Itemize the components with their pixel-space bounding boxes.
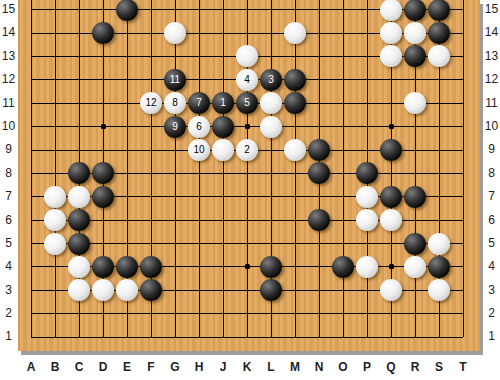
intersection-N9[interactable] xyxy=(307,138,331,161)
intersection-B13[interactable] xyxy=(43,45,67,68)
intersection-R9[interactable] xyxy=(403,138,427,161)
move-number: 1 xyxy=(220,92,226,114)
intersection-D10[interactable] xyxy=(91,115,115,138)
intersection-H7[interactable] xyxy=(187,185,211,208)
intersection-G2[interactable] xyxy=(163,302,187,325)
intersection-M1[interactable] xyxy=(283,325,307,348)
intersection-S8[interactable] xyxy=(427,162,451,185)
intersection-Q1[interactable] xyxy=(379,325,403,348)
intersection-B8[interactable] xyxy=(43,162,67,185)
intersection-T7[interactable] xyxy=(451,185,475,208)
intersection-G5[interactable] xyxy=(163,232,187,255)
intersection-K1[interactable] xyxy=(235,325,259,348)
column-labels-bottom: ABCDEFGHJKLMNOPQRST xyxy=(19,357,475,377)
intersection-D15[interactable] xyxy=(91,0,115,21)
intersection-J3[interactable] xyxy=(211,279,235,302)
intersection-F12[interactable] xyxy=(139,68,163,91)
intersection-G11[interactable]: 8 xyxy=(163,92,187,115)
white-stone-K13 xyxy=(236,45,258,67)
intersection-O3[interactable] xyxy=(331,279,355,302)
intersection-H12[interactable] xyxy=(187,68,211,91)
intersection-T15[interactable] xyxy=(451,0,475,21)
intersection-T1[interactable] xyxy=(451,325,475,348)
intersection-R5[interactable] xyxy=(403,232,427,255)
intersection-B15[interactable] xyxy=(43,0,67,21)
intersection-S5[interactable] xyxy=(427,232,451,255)
intersection-H2[interactable] xyxy=(187,302,211,325)
intersection-T8[interactable] xyxy=(451,162,475,185)
intersection-P11[interactable] xyxy=(355,92,379,115)
intersection-F5[interactable] xyxy=(139,232,163,255)
intersection-J13[interactable] xyxy=(211,45,235,68)
intersection-E10[interactable] xyxy=(115,115,139,138)
intersection-R7[interactable] xyxy=(403,185,427,208)
intersection-P10[interactable] xyxy=(355,115,379,138)
intersection-O10[interactable] xyxy=(331,115,355,138)
intersection-F4[interactable] xyxy=(139,255,163,278)
intersection-B6[interactable] xyxy=(43,209,67,232)
intersection-F2[interactable] xyxy=(139,302,163,325)
intersection-J1[interactable] xyxy=(211,325,235,348)
intersection-O15[interactable] xyxy=(331,0,355,21)
intersection-B12[interactable] xyxy=(43,68,67,91)
intersection-N4[interactable] xyxy=(307,255,331,278)
intersection-Q10[interactable] xyxy=(379,115,403,138)
intersection-H6[interactable] xyxy=(187,209,211,232)
intersection-K2[interactable] xyxy=(235,302,259,325)
intersection-M13[interactable] xyxy=(283,45,307,68)
intersection-C1[interactable] xyxy=(67,325,91,348)
intersection-S2[interactable] xyxy=(427,302,451,325)
intersection-H11[interactable]: 7 xyxy=(187,92,211,115)
intersection-F9[interactable] xyxy=(139,138,163,161)
intersection-G12[interactable]: 11 xyxy=(163,68,187,91)
intersection-S1[interactable] xyxy=(427,325,451,348)
intersection-E3[interactable] xyxy=(115,279,139,302)
intersection-L6[interactable] xyxy=(259,209,283,232)
intersection-N3[interactable] xyxy=(307,279,331,302)
intersection-M14[interactable] xyxy=(283,21,307,44)
intersection-Q12[interactable] xyxy=(379,68,403,91)
intersection-H14[interactable] xyxy=(187,21,211,44)
intersection-J5[interactable] xyxy=(211,232,235,255)
intersection-F13[interactable] xyxy=(139,45,163,68)
black-stone-D8 xyxy=(92,162,114,184)
intersection-T14[interactable] xyxy=(451,21,475,44)
intersection-O6[interactable] xyxy=(331,209,355,232)
intersection-A11[interactable] xyxy=(19,92,43,115)
intersection-E6[interactable] xyxy=(115,209,139,232)
intersection-S13[interactable] xyxy=(427,45,451,68)
intersection-O2[interactable] xyxy=(331,302,355,325)
intersection-E9[interactable] xyxy=(115,138,139,161)
intersection-Q6[interactable] xyxy=(379,209,403,232)
intersection-M6[interactable] xyxy=(283,209,307,232)
intersection-E2[interactable] xyxy=(115,302,139,325)
intersection-S9[interactable] xyxy=(427,138,451,161)
intersection-Q15[interactable] xyxy=(379,0,403,21)
intersection-L10[interactable] xyxy=(259,115,283,138)
intersection-L1[interactable] xyxy=(259,325,283,348)
intersection-H3[interactable] xyxy=(187,279,211,302)
intersection-A4[interactable] xyxy=(19,255,43,278)
intersection-K15[interactable] xyxy=(235,0,259,21)
intersection-T9[interactable] xyxy=(451,138,475,161)
intersection-S10[interactable] xyxy=(427,115,451,138)
intersection-D5[interactable] xyxy=(91,232,115,255)
intersection-M9[interactable] xyxy=(283,138,307,161)
intersection-B5[interactable] xyxy=(43,232,67,255)
intersection-Q2[interactable] xyxy=(379,302,403,325)
intersection-F15[interactable] xyxy=(139,0,163,21)
intersection-K4[interactable] xyxy=(235,255,259,278)
intersection-L9[interactable] xyxy=(259,138,283,161)
intersection-C11[interactable] xyxy=(67,92,91,115)
white-stone-Q13 xyxy=(380,45,402,67)
intersection-C8[interactable] xyxy=(67,162,91,185)
intersection-A1[interactable] xyxy=(19,325,43,348)
intersection-H1[interactable] xyxy=(187,325,211,348)
intersection-A9[interactable] xyxy=(19,138,43,161)
intersection-J12[interactable] xyxy=(211,68,235,91)
intersection-L15[interactable] xyxy=(259,0,283,21)
intersection-N5[interactable] xyxy=(307,232,331,255)
intersection-F7[interactable] xyxy=(139,185,163,208)
intersection-A10[interactable] xyxy=(19,115,43,138)
intersection-J8[interactable] xyxy=(211,162,235,185)
intersection-D1[interactable] xyxy=(91,325,115,348)
intersection-H4[interactable] xyxy=(187,255,211,278)
intersection-G1[interactable] xyxy=(163,325,187,348)
intersection-S4[interactable] xyxy=(427,255,451,278)
intersection-D12[interactable] xyxy=(91,68,115,91)
intersection-G4[interactable] xyxy=(163,255,187,278)
intersection-O11[interactable] xyxy=(331,92,355,115)
intersection-M11[interactable] xyxy=(283,92,307,115)
intersection-H15[interactable] xyxy=(187,0,211,21)
intersection-L11[interactable] xyxy=(259,92,283,115)
intersection-D9[interactable] xyxy=(91,138,115,161)
intersection-O4[interactable] xyxy=(331,255,355,278)
intersection-T5[interactable] xyxy=(451,232,475,255)
intersection-L7[interactable] xyxy=(259,185,283,208)
intersection-C2[interactable] xyxy=(67,302,91,325)
intersection-E8[interactable] xyxy=(115,162,139,185)
intersection-P14[interactable] xyxy=(355,21,379,44)
intersection-B1[interactable] xyxy=(43,325,67,348)
intersection-R14[interactable] xyxy=(403,21,427,44)
intersection-J2[interactable] xyxy=(211,302,235,325)
col-label-Q: Q xyxy=(379,357,403,377)
intersection-O8[interactable] xyxy=(331,162,355,185)
intersection-L14[interactable] xyxy=(259,21,283,44)
intersection-M4[interactable] xyxy=(283,255,307,278)
intersection-H13[interactable] xyxy=(187,45,211,68)
intersection-S7[interactable] xyxy=(427,185,451,208)
intersection-N12[interactable] xyxy=(307,68,331,91)
intersection-O14[interactable] xyxy=(331,21,355,44)
intersection-A3[interactable] xyxy=(19,279,43,302)
intersection-K3[interactable] xyxy=(235,279,259,302)
intersection-P3[interactable] xyxy=(355,279,379,302)
intersection-Q5[interactable] xyxy=(379,232,403,255)
intersection-L8[interactable] xyxy=(259,162,283,185)
intersection-N13[interactable] xyxy=(307,45,331,68)
intersection-Q13[interactable] xyxy=(379,45,403,68)
intersection-K6[interactable] xyxy=(235,209,259,232)
intersection-B9[interactable] xyxy=(43,138,67,161)
intersection-P9[interactable] xyxy=(355,138,379,161)
intersection-H10[interactable]: 6 xyxy=(187,115,211,138)
intersection-T2[interactable] xyxy=(451,302,475,325)
intersection-E1[interactable] xyxy=(115,325,139,348)
intersection-N6[interactable] xyxy=(307,209,331,232)
intersection-N14[interactable] xyxy=(307,21,331,44)
intersection-R15[interactable] xyxy=(403,0,427,21)
intersection-R13[interactable] xyxy=(403,45,427,68)
intersection-G15[interactable] xyxy=(163,0,187,21)
intersection-M3[interactable] xyxy=(283,279,307,302)
intersection-P5[interactable] xyxy=(355,232,379,255)
intersection-J7[interactable] xyxy=(211,185,235,208)
intersection-C10[interactable] xyxy=(67,115,91,138)
white-stone-R14 xyxy=(404,22,426,44)
intersection-P1[interactable] xyxy=(355,325,379,348)
intersection-O1[interactable] xyxy=(331,325,355,348)
intersection-T4[interactable] xyxy=(451,255,475,278)
intersection-G9[interactable] xyxy=(163,138,187,161)
intersection-T3[interactable] xyxy=(451,279,475,302)
intersection-N2[interactable] xyxy=(307,302,331,325)
intersection-E11[interactable] xyxy=(115,92,139,115)
intersection-N7[interactable] xyxy=(307,185,331,208)
intersection-P7[interactable] xyxy=(355,185,379,208)
white-stone-C3 xyxy=(68,279,90,301)
intersection-D3[interactable] xyxy=(91,279,115,302)
intersection-Q11[interactable] xyxy=(379,92,403,115)
intersection-P15[interactable] xyxy=(355,0,379,21)
intersection-B11[interactable] xyxy=(43,92,67,115)
intersection-O7[interactable] xyxy=(331,185,355,208)
intersection-K7[interactable] xyxy=(235,185,259,208)
white-stone-P6 xyxy=(356,209,378,231)
intersection-M15[interactable] xyxy=(283,0,307,21)
intersection-A7[interactable] xyxy=(19,185,43,208)
intersection-C13[interactable] xyxy=(67,45,91,68)
intersection-R2[interactable] xyxy=(403,302,427,325)
intersection-N8[interactable] xyxy=(307,162,331,185)
intersection-R12[interactable] xyxy=(403,68,427,91)
intersection-F6[interactable] xyxy=(139,209,163,232)
intersection-P4[interactable] xyxy=(355,255,379,278)
intersection-L4[interactable] xyxy=(259,255,283,278)
intersection-K14[interactable] xyxy=(235,21,259,44)
intersection-C3[interactable] xyxy=(67,279,91,302)
intersection-A2[interactable] xyxy=(19,302,43,325)
intersection-F11[interactable]: 12 xyxy=(139,92,163,115)
black-stone-L3 xyxy=(260,279,282,301)
intersection-T11[interactable] xyxy=(451,92,475,115)
intersection-M5[interactable] xyxy=(283,232,307,255)
intersection-P8[interactable] xyxy=(355,162,379,185)
intersection-F14[interactable] xyxy=(139,21,163,44)
intersection-H5[interactable] xyxy=(187,232,211,255)
intersection-T10[interactable] xyxy=(451,115,475,138)
intersection-D2[interactable] xyxy=(91,302,115,325)
intersection-O9[interactable] xyxy=(331,138,355,161)
intersection-R6[interactable] xyxy=(403,209,427,232)
intersection-Q9[interactable] xyxy=(379,138,403,161)
intersection-L3[interactable] xyxy=(259,279,283,302)
intersection-B14[interactable] xyxy=(43,21,67,44)
move-number: 9 xyxy=(172,116,178,138)
intersection-K11[interactable]: 5 xyxy=(235,92,259,115)
intersection-E14[interactable] xyxy=(115,21,139,44)
intersection-B4[interactable] xyxy=(43,255,67,278)
intersection-P12[interactable] xyxy=(355,68,379,91)
intersection-T6[interactable] xyxy=(451,209,475,232)
intersection-R10[interactable] xyxy=(403,115,427,138)
intersection-G8[interactable] xyxy=(163,162,187,185)
intersection-Q8[interactable] xyxy=(379,162,403,185)
intersection-D14[interactable] xyxy=(91,21,115,44)
intersection-E5[interactable] xyxy=(115,232,139,255)
intersection-E13[interactable] xyxy=(115,45,139,68)
intersection-A13[interactable] xyxy=(19,45,43,68)
intersection-H9[interactable]: 10 xyxy=(187,138,211,161)
intersection-J9[interactable] xyxy=(211,138,235,161)
intersection-P2[interactable] xyxy=(355,302,379,325)
intersection-C6[interactable] xyxy=(67,209,91,232)
intersection-D13[interactable] xyxy=(91,45,115,68)
intersection-K10[interactable] xyxy=(235,115,259,138)
intersection-A8[interactable] xyxy=(19,162,43,185)
intersection-S11[interactable] xyxy=(427,92,451,115)
intersection-M2[interactable] xyxy=(283,302,307,325)
intersection-L13[interactable] xyxy=(259,45,283,68)
intersection-L2[interactable] xyxy=(259,302,283,325)
intersection-K9[interactable]: 2 xyxy=(235,138,259,161)
intersection-C14[interactable] xyxy=(67,21,91,44)
intersection-D7[interactable] xyxy=(91,185,115,208)
intersection-K5[interactable] xyxy=(235,232,259,255)
intersection-T13[interactable] xyxy=(451,45,475,68)
intersection-B2[interactable] xyxy=(43,302,67,325)
intersection-R11[interactable] xyxy=(403,92,427,115)
intersection-E12[interactable] xyxy=(115,68,139,91)
intersection-H8[interactable] xyxy=(187,162,211,185)
white-stone-L10 xyxy=(260,116,282,138)
intersection-F10[interactable] xyxy=(139,115,163,138)
intersection-G13[interactable] xyxy=(163,45,187,68)
intersection-Q14[interactable] xyxy=(379,21,403,44)
intersection-A5[interactable] xyxy=(19,232,43,255)
intersection-E15[interactable] xyxy=(115,0,139,21)
intersection-T12[interactable] xyxy=(451,68,475,91)
intersection-G10[interactable]: 9 xyxy=(163,115,187,138)
intersection-R3[interactable] xyxy=(403,279,427,302)
intersection-N11[interactable] xyxy=(307,92,331,115)
intersection-B10[interactable] xyxy=(43,115,67,138)
intersection-O13[interactable] xyxy=(331,45,355,68)
intersection-D4[interactable] xyxy=(91,255,115,278)
intersection-B7[interactable] xyxy=(43,185,67,208)
intersection-F1[interactable] xyxy=(139,325,163,348)
intersection-C9[interactable] xyxy=(67,138,91,161)
intersection-A6[interactable] xyxy=(19,209,43,232)
intersection-F3[interactable] xyxy=(139,279,163,302)
intersection-N1[interactable] xyxy=(307,325,331,348)
intersection-R1[interactable] xyxy=(403,325,427,348)
intersection-E4[interactable] xyxy=(115,255,139,278)
intersection-Q3[interactable] xyxy=(379,279,403,302)
black-stone-R7 xyxy=(404,186,426,208)
intersection-G7[interactable] xyxy=(163,185,187,208)
intersection-J4[interactable] xyxy=(211,255,235,278)
intersection-M10[interactable] xyxy=(283,115,307,138)
intersection-J6[interactable] xyxy=(211,209,235,232)
intersection-S14[interactable] xyxy=(427,21,451,44)
intersection-O12[interactable] xyxy=(331,68,355,91)
intersection-R4[interactable] xyxy=(403,255,427,278)
intersection-G14[interactable] xyxy=(163,21,187,44)
intersection-A14[interactable] xyxy=(19,21,43,44)
intersection-K8[interactable] xyxy=(235,162,259,185)
intersection-O5[interactable] xyxy=(331,232,355,255)
intersection-R8[interactable] xyxy=(403,162,427,185)
intersection-D8[interactable] xyxy=(91,162,115,185)
intersection-B3[interactable] xyxy=(43,279,67,302)
intersection-C4[interactable] xyxy=(67,255,91,278)
intersection-Q4[interactable] xyxy=(379,255,403,278)
row-label-13: 13 xyxy=(0,45,17,68)
intersection-C5[interactable] xyxy=(67,232,91,255)
intersection-A12[interactable] xyxy=(19,68,43,91)
intersection-Q7[interactable] xyxy=(379,185,403,208)
intersection-S6[interactable] xyxy=(427,209,451,232)
intersection-K12[interactable]: 4 xyxy=(235,68,259,91)
intersection-G6[interactable] xyxy=(163,209,187,232)
intersection-L12[interactable]: 3 xyxy=(259,68,283,91)
intersection-M12[interactable] xyxy=(283,68,307,91)
intersection-K13[interactable] xyxy=(235,45,259,68)
intersection-D11[interactable] xyxy=(91,92,115,115)
intersection-L5[interactable] xyxy=(259,232,283,255)
intersection-P6[interactable] xyxy=(355,209,379,232)
intersection-C12[interactable] xyxy=(67,68,91,91)
intersection-J10[interactable] xyxy=(211,115,235,138)
intersection-P13[interactable] xyxy=(355,45,379,68)
intersection-C7[interactable] xyxy=(67,185,91,208)
intersection-A15[interactable] xyxy=(19,0,43,21)
intersection-F8[interactable] xyxy=(139,162,163,185)
intersection-J11[interactable]: 1 xyxy=(211,92,235,115)
intersection-J14[interactable] xyxy=(211,21,235,44)
intersection-N10[interactable] xyxy=(307,115,331,138)
intersection-D6[interactable] xyxy=(91,209,115,232)
intersection-M8[interactable] xyxy=(283,162,307,185)
intersection-G3[interactable] xyxy=(163,279,187,302)
intersection-J15[interactable] xyxy=(211,0,235,21)
intersection-S15[interactable] xyxy=(427,0,451,21)
intersection-N15[interactable] xyxy=(307,0,331,21)
intersection-E7[interactable] xyxy=(115,185,139,208)
black-stone-Q7 xyxy=(380,186,402,208)
intersection-S12[interactable] xyxy=(427,68,451,91)
intersection-S3[interactable] xyxy=(427,279,451,302)
intersection-M7[interactable] xyxy=(283,185,307,208)
intersection-C15[interactable] xyxy=(67,0,91,21)
